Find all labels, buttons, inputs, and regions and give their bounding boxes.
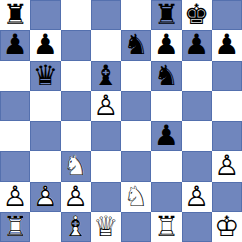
square-c2[interactable]: ♟♙ <box>61 182 91 212</box>
piece-outline-glyph: ♔ <box>212 212 242 242</box>
square-g7[interactable]: ♟ <box>182 30 212 60</box>
black-pawn[interactable]: ♟ <box>151 30 181 60</box>
piece-fill-glyph: ♟ <box>182 182 212 212</box>
square-h1[interactable]: ♚♔ <box>212 212 242 242</box>
white-queen[interactable]: ♛♕ <box>91 212 121 242</box>
square-g5[interactable] <box>182 91 212 121</box>
black-pawn[interactable]: ♟ <box>212 30 242 60</box>
white-knight[interactable]: ♞♘ <box>61 151 91 181</box>
white-pawn[interactable]: ♟♙ <box>61 182 91 212</box>
piece-solid-glyph: ♜ <box>0 0 30 30</box>
square-b6[interactable]: ♛ <box>30 61 60 91</box>
piece-outline-glyph: ♘ <box>121 182 151 212</box>
square-e8[interactable] <box>121 0 151 30</box>
white-king[interactable]: ♚♔ <box>212 212 242 242</box>
black-pawn[interactable]: ♟ <box>0 30 30 60</box>
square-h3[interactable]: ♟♙ <box>212 151 242 181</box>
white-rook[interactable]: ♜♖ <box>151 212 181 242</box>
piece-solid-glyph: ♟ <box>182 30 212 60</box>
piece-fill-glyph: ♜ <box>151 212 181 242</box>
square-a3[interactable] <box>0 151 30 181</box>
square-h8[interactable] <box>212 0 242 30</box>
square-a7[interactable]: ♟ <box>0 30 30 60</box>
square-b2[interactable]: ♟♙ <box>30 182 60 212</box>
square-c7[interactable] <box>61 30 91 60</box>
square-b5[interactable] <box>30 91 60 121</box>
piece-fill-glyph: ♞ <box>121 182 151 212</box>
square-e6[interactable] <box>121 61 151 91</box>
piece-fill-glyph: ♟ <box>61 182 91 212</box>
piece-solid-glyph: ♟ <box>30 30 60 60</box>
white-rook[interactable]: ♜♖ <box>0 212 30 242</box>
piece-outline-glyph: ♗ <box>61 212 91 242</box>
black-rook[interactable]: ♜ <box>151 0 181 30</box>
square-c6[interactable] <box>61 61 91 91</box>
square-d8[interactable] <box>91 0 121 30</box>
piece-outline-glyph: ♕ <box>91 212 121 242</box>
black-king[interactable]: ♚ <box>182 0 212 30</box>
piece-fill-glyph: ♚ <box>212 212 242 242</box>
square-f5[interactable] <box>151 91 181 121</box>
black-queen[interactable]: ♛ <box>30 61 60 91</box>
piece-solid-glyph: ♟ <box>0 30 30 60</box>
black-bishop[interactable]: ♝ <box>91 61 121 91</box>
square-e1[interactable] <box>121 212 151 242</box>
square-f4[interactable]: ♟ <box>151 121 181 151</box>
square-b7[interactable]: ♟ <box>30 30 60 60</box>
square-h5[interactable] <box>212 91 242 121</box>
piece-outline-glyph: ♙ <box>61 182 91 212</box>
square-b8[interactable] <box>30 0 60 30</box>
piece-fill-glyph: ♟ <box>0 182 30 212</box>
square-a8[interactable]: ♜ <box>0 0 30 30</box>
white-pawn[interactable]: ♟♙ <box>91 91 121 121</box>
black-pawn[interactable]: ♟ <box>30 30 60 60</box>
square-b4[interactable] <box>30 121 60 151</box>
square-a2[interactable]: ♟♙ <box>0 182 30 212</box>
piece-solid-glyph: ♜ <box>151 0 181 30</box>
square-g6[interactable] <box>182 61 212 91</box>
square-d2[interactable] <box>91 182 121 212</box>
white-knight[interactable]: ♞♘ <box>121 182 151 212</box>
piece-solid-glyph: ♟ <box>151 121 181 151</box>
square-h7[interactable]: ♟ <box>212 30 242 60</box>
square-f7[interactable]: ♟ <box>151 30 181 60</box>
piece-solid-glyph: ♞ <box>121 30 151 60</box>
square-d3[interactable] <box>91 151 121 181</box>
square-c4[interactable] <box>61 121 91 151</box>
square-d7[interactable] <box>91 30 121 60</box>
square-a4[interactable] <box>0 121 30 151</box>
square-g8[interactable]: ♚ <box>182 0 212 30</box>
piece-solid-glyph: ♟ <box>212 30 242 60</box>
piece-solid-glyph: ♝ <box>91 61 121 91</box>
square-h4[interactable] <box>212 121 242 151</box>
square-e4[interactable] <box>121 121 151 151</box>
square-f6[interactable]: ♞ <box>151 61 181 91</box>
chess-board: ♜♜♚♟♟♞♟♟♟♛♝♞♟♙♟♞♘♟♙♟♙♟♙♟♙♞♘♟♙♜♖♝♗♛♕♜♖♚♔ <box>0 0 242 242</box>
square-c8[interactable] <box>61 0 91 30</box>
square-d4[interactable] <box>91 121 121 151</box>
piece-fill-glyph: ♝ <box>61 212 91 242</box>
piece-outline-glyph: ♘ <box>61 151 91 181</box>
piece-fill-glyph: ♞ <box>61 151 91 181</box>
square-c1[interactable]: ♝♗ <box>61 212 91 242</box>
piece-fill-glyph: ♟ <box>212 151 242 181</box>
piece-fill-glyph: ♟ <box>91 91 121 121</box>
piece-outline-glyph: ♖ <box>151 212 181 242</box>
white-pawn[interactable]: ♟♙ <box>212 151 242 181</box>
piece-outline-glyph: ♙ <box>212 151 242 181</box>
square-a5[interactable] <box>0 91 30 121</box>
square-a1[interactable]: ♜♖ <box>0 212 30 242</box>
black-knight[interactable]: ♞ <box>121 30 151 60</box>
square-a6[interactable] <box>0 61 30 91</box>
piece-solid-glyph: ♚ <box>182 0 212 30</box>
square-f8[interactable]: ♜ <box>151 0 181 30</box>
piece-solid-glyph: ♛ <box>30 61 60 91</box>
white-pawn[interactable]: ♟♙ <box>30 182 60 212</box>
square-b3[interactable] <box>30 151 60 181</box>
piece-outline-glyph: ♙ <box>30 182 60 212</box>
square-e3[interactable] <box>121 151 151 181</box>
piece-outline-glyph: ♙ <box>0 182 30 212</box>
square-d1[interactable]: ♛♕ <box>91 212 121 242</box>
square-g3[interactable] <box>182 151 212 181</box>
square-c5[interactable] <box>61 91 91 121</box>
piece-fill-glyph: ♜ <box>0 212 30 242</box>
square-h6[interactable] <box>212 61 242 91</box>
black-pawn[interactable]: ♟ <box>182 30 212 60</box>
square-c3[interactable]: ♞♘ <box>61 151 91 181</box>
white-pawn[interactable]: ♟♙ <box>182 182 212 212</box>
piece-outline-glyph: ♙ <box>182 182 212 212</box>
square-d5[interactable]: ♟♙ <box>91 91 121 121</box>
piece-solid-glyph: ♞ <box>151 61 181 91</box>
piece-outline-glyph: ♖ <box>0 212 30 242</box>
black-rook[interactable]: ♜ <box>0 0 30 30</box>
white-pawn[interactable]: ♟♙ <box>0 182 30 212</box>
black-knight[interactable]: ♞ <box>151 61 181 91</box>
piece-fill-glyph: ♟ <box>30 182 60 212</box>
black-pawn[interactable]: ♟ <box>151 121 181 151</box>
piece-solid-glyph: ♟ <box>151 30 181 60</box>
piece-fill-glyph: ♛ <box>91 212 121 242</box>
white-bishop[interactable]: ♝♗ <box>61 212 91 242</box>
square-g4[interactable] <box>182 121 212 151</box>
square-d6[interactable]: ♝ <box>91 61 121 91</box>
piece-outline-glyph: ♙ <box>91 91 121 121</box>
square-f1[interactable]: ♜♖ <box>151 212 181 242</box>
square-f2[interactable] <box>151 182 181 212</box>
square-h2[interactable] <box>212 182 242 212</box>
square-e2[interactable]: ♞♘ <box>121 182 151 212</box>
square-g1[interactable] <box>182 212 212 242</box>
square-g2[interactable]: ♟♙ <box>182 182 212 212</box>
square-e7[interactable]: ♞ <box>121 30 151 60</box>
square-b1[interactable] <box>30 212 60 242</box>
square-f3[interactable] <box>151 151 181 181</box>
square-e5[interactable] <box>121 91 151 121</box>
